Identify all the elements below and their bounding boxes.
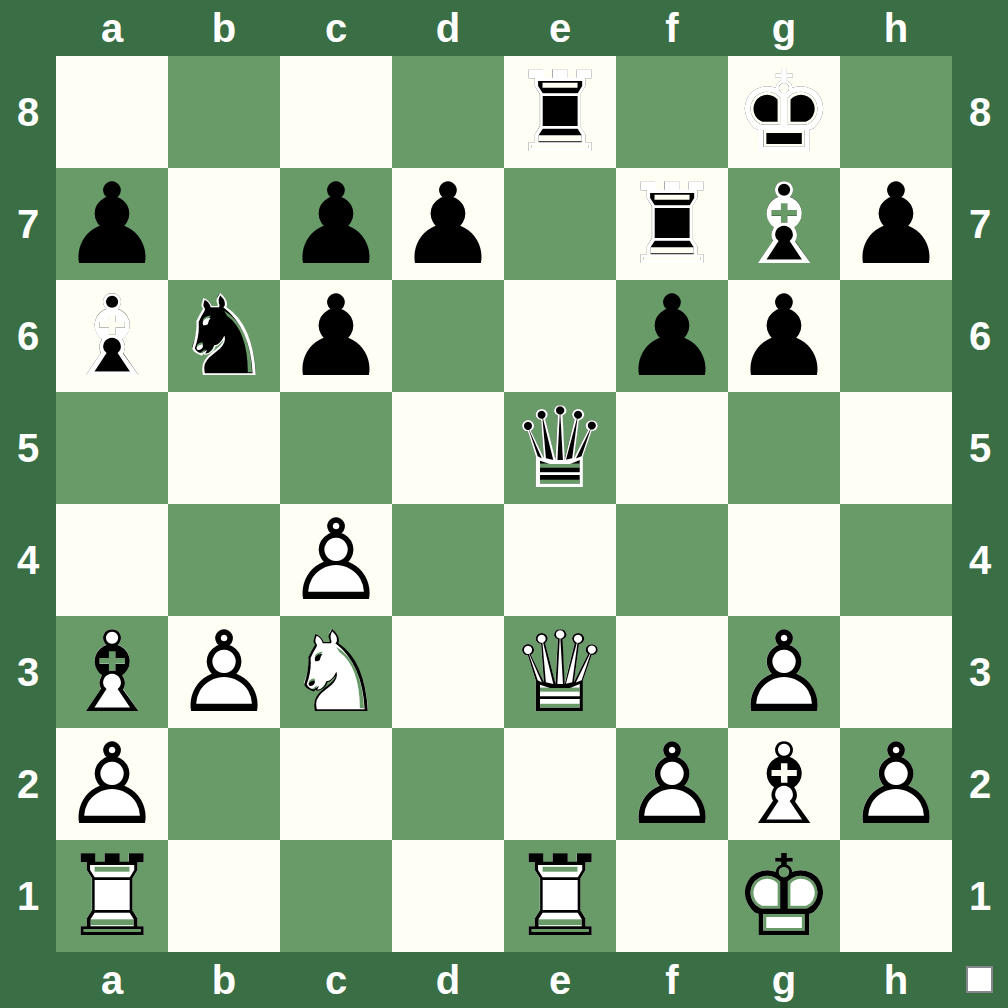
white-to-move-indicator: [966, 966, 993, 993]
square-g7[interactable]: ♝♗: [728, 168, 840, 280]
piece-glyph-fill: ♜: [504, 56, 616, 168]
square-c5[interactable]: [280, 392, 392, 504]
rank-label-7-left: 7: [0, 168, 56, 280]
piece-glyph-fill: ♛: [504, 392, 616, 504]
file-label-f-top: f: [616, 0, 728, 56]
piece-white-bishop[interactable]: ♝♗: [728, 728, 840, 840]
square-d6[interactable]: [392, 280, 504, 392]
square-b8[interactable]: [168, 56, 280, 168]
square-a7[interactable]: ♟: [56, 168, 168, 280]
square-b2[interactable]: [168, 728, 280, 840]
square-f8[interactable]: [616, 56, 728, 168]
rank-label-8-right: 8: [952, 56, 1008, 168]
square-g4[interactable]: [728, 504, 840, 616]
chess-diagram: abcdefgh 87654321 ♜♖♚♔♟♟♟♜♖♝♗♟♝♗♞♘♟♟♟♛♕♟…: [0, 0, 1008, 1008]
square-e4[interactable]: [504, 504, 616, 616]
square-d4[interactable]: [392, 504, 504, 616]
square-h7[interactable]: ♟: [840, 168, 952, 280]
piece-black-pawn[interactable]: ♟: [280, 168, 392, 280]
rank-labels-right: 87654321: [952, 56, 1008, 952]
square-b7[interactable]: [168, 168, 280, 280]
piece-glyph-fill: ♟: [280, 168, 392, 280]
square-f2[interactable]: ♟♙: [616, 728, 728, 840]
square-d1[interactable]: [392, 840, 504, 952]
piece-glyph-outline: ♗: [728, 728, 840, 840]
square-g1[interactable]: ♚♔: [728, 840, 840, 952]
square-h6[interactable]: [840, 280, 952, 392]
square-a8[interactable]: [56, 56, 168, 168]
piece-glyph-fill: ♝: [56, 280, 168, 392]
square-h1[interactable]: [840, 840, 952, 952]
square-h8[interactable]: [840, 56, 952, 168]
file-labels-bottom: abcdefgh: [56, 952, 952, 1008]
piece-glyph-fill: ♟: [280, 280, 392, 392]
file-label-b-bottom: b: [168, 952, 280, 1008]
rank-label-5-right: 5: [952, 392, 1008, 504]
file-label-d-top: d: [392, 0, 504, 56]
piece-glyph-outline: ♙: [280, 504, 392, 616]
square-g8[interactable]: ♚♔: [728, 56, 840, 168]
piece-glyph-fill: ♚: [728, 840, 840, 952]
square-a6[interactable]: ♝♗: [56, 280, 168, 392]
piece-glyph-fill: ♜: [56, 840, 168, 952]
file-label-h-bottom: h: [840, 952, 952, 1008]
rank-labels-left: 87654321: [0, 56, 56, 952]
piece-glyph-outline: ♗: [56, 616, 168, 728]
file-label-e-bottom: e: [504, 952, 616, 1008]
piece-white-pawn[interactable]: ♟♙: [56, 728, 168, 840]
piece-black-pawn[interactable]: ♟: [840, 168, 952, 280]
square-c4[interactable]: ♟♙: [280, 504, 392, 616]
square-f6[interactable]: ♟: [616, 280, 728, 392]
square-h4[interactable]: [840, 504, 952, 616]
square-h3[interactable]: [840, 616, 952, 728]
rank-label-6-right: 6: [952, 280, 1008, 392]
piece-glyph-fill: ♟: [840, 168, 952, 280]
square-d2[interactable]: [392, 728, 504, 840]
rank-label-3-left: 3: [0, 616, 56, 728]
piece-white-pawn[interactable]: ♟♙: [840, 728, 952, 840]
piece-glyph-fill: ♟: [616, 280, 728, 392]
rank-label-8-left: 8: [0, 56, 56, 168]
piece-black-bishop[interactable]: ♝♗: [56, 280, 168, 392]
file-label-d-bottom: d: [392, 952, 504, 1008]
piece-black-king[interactable]: ♚♔: [728, 56, 840, 168]
piece-glyph-fill: ♛: [504, 616, 616, 728]
file-label-b-top: b: [168, 0, 280, 56]
piece-black-pawn[interactable]: ♟: [616, 280, 728, 392]
square-e2[interactable]: [504, 728, 616, 840]
piece-glyph-outline: ♘: [280, 616, 392, 728]
piece-glyph-fill: ♟: [840, 728, 952, 840]
piece-glyph-outline: ♘: [168, 280, 280, 392]
square-c8[interactable]: [280, 56, 392, 168]
rank-label-4-left: 4: [0, 504, 56, 616]
square-d8[interactable]: [392, 56, 504, 168]
file-label-f-bottom: f: [616, 952, 728, 1008]
square-c6[interactable]: ♟: [280, 280, 392, 392]
square-g2[interactable]: ♝♗: [728, 728, 840, 840]
piece-glyph-fill: ♚: [728, 56, 840, 168]
piece-glyph-outline: ♖: [616, 168, 728, 280]
piece-glyph-fill: ♜: [616, 168, 728, 280]
square-h2[interactable]: ♟♙: [840, 728, 952, 840]
file-labels-top: abcdefgh: [56, 0, 952, 56]
piece-white-pawn[interactable]: ♟♙: [728, 616, 840, 728]
piece-glyph-fill: ♝: [728, 728, 840, 840]
piece-glyph-outline: ♙: [840, 728, 952, 840]
piece-glyph-outline: ♙: [168, 616, 280, 728]
piece-glyph-outline: ♖: [56, 840, 168, 952]
piece-glyph-outline: ♙: [56, 728, 168, 840]
piece-glyph-fill: ♟: [280, 504, 392, 616]
square-g5[interactable]: [728, 392, 840, 504]
piece-glyph-fill: ♟: [616, 728, 728, 840]
square-c7[interactable]: ♟: [280, 168, 392, 280]
piece-white-rook[interactable]: ♜♖: [56, 840, 168, 952]
square-e5[interactable]: ♛♕: [504, 392, 616, 504]
square-f3[interactable]: [616, 616, 728, 728]
square-d7[interactable]: ♟: [392, 168, 504, 280]
square-a1[interactable]: ♜♖: [56, 840, 168, 952]
piece-glyph-outline: ♔: [728, 840, 840, 952]
piece-black-bishop[interactable]: ♝♗: [728, 168, 840, 280]
square-b4[interactable]: [168, 504, 280, 616]
square-f5[interactable]: [616, 392, 728, 504]
square-a2[interactable]: ♟♙: [56, 728, 168, 840]
file-label-a-bottom: a: [56, 952, 168, 1008]
piece-glyph-outline: ♖: [504, 56, 616, 168]
piece-black-pawn[interactable]: ♟: [280, 280, 392, 392]
piece-white-bishop[interactable]: ♝♗: [56, 616, 168, 728]
file-label-h-top: h: [840, 0, 952, 56]
piece-black-pawn[interactable]: ♟: [728, 280, 840, 392]
file-label-c-top: c: [280, 0, 392, 56]
piece-white-king[interactable]: ♚♔: [728, 840, 840, 952]
piece-black-rook[interactable]: ♜♖: [504, 56, 616, 168]
square-e7[interactable]: [504, 168, 616, 280]
rank-label-4-right: 4: [952, 504, 1008, 616]
piece-black-pawn[interactable]: ♟: [56, 168, 168, 280]
square-d5[interactable]: [392, 392, 504, 504]
piece-white-pawn[interactable]: ♟♙: [280, 504, 392, 616]
square-b5[interactable]: [168, 392, 280, 504]
square-f1[interactable]: [616, 840, 728, 952]
piece-glyph-outline: ♔: [728, 56, 840, 168]
square-h5[interactable]: [840, 392, 952, 504]
square-e3[interactable]: ♛♕: [504, 616, 616, 728]
piece-glyph-fill: ♝: [728, 168, 840, 280]
square-g6[interactable]: ♟: [728, 280, 840, 392]
piece-white-knight[interactable]: ♞♘: [280, 616, 392, 728]
square-d3[interactable]: [392, 616, 504, 728]
piece-white-rook[interactable]: ♜♖: [504, 840, 616, 952]
square-a4[interactable]: [56, 504, 168, 616]
piece-glyph-outline: ♗: [728, 168, 840, 280]
square-b6[interactable]: ♞♘: [168, 280, 280, 392]
piece-black-rook[interactable]: ♜♖: [616, 168, 728, 280]
rank-label-1-right: 1: [952, 840, 1008, 952]
piece-glyph-fill: ♟: [56, 728, 168, 840]
square-f4[interactable]: [616, 504, 728, 616]
piece-white-queen[interactable]: ♛♕: [504, 616, 616, 728]
piece-glyph-fill: ♜: [504, 840, 616, 952]
rank-label-3-right: 3: [952, 616, 1008, 728]
square-c3[interactable]: ♞♘: [280, 616, 392, 728]
piece-black-queen[interactable]: ♛♕: [504, 392, 616, 504]
piece-glyph-outline: ♕: [504, 616, 616, 728]
square-g3[interactable]: ♟♙: [728, 616, 840, 728]
square-e6[interactable]: [504, 280, 616, 392]
square-a5[interactable]: [56, 392, 168, 504]
piece-glyph-outline: ♗: [56, 280, 168, 392]
square-c1[interactable]: [280, 840, 392, 952]
board: ♜♖♚♔♟♟♟♜♖♝♗♟♝♗♞♘♟♟♟♛♕♟♙♝♗♟♙♞♘♛♕♟♙♟♙♟♙♝♗♟…: [56, 56, 952, 952]
rank-label-7-right: 7: [952, 168, 1008, 280]
file-label-g-top: g: [728, 0, 840, 56]
square-e8[interactable]: ♜♖: [504, 56, 616, 168]
square-c2[interactable]: [280, 728, 392, 840]
square-e1[interactable]: ♜♖: [504, 840, 616, 952]
file-label-g-bottom: g: [728, 952, 840, 1008]
piece-black-pawn[interactable]: ♟: [392, 168, 504, 280]
piece-glyph-fill: ♟: [168, 616, 280, 728]
piece-glyph-fill: ♟: [56, 168, 168, 280]
rank-label-2-right: 2: [952, 728, 1008, 840]
square-a3[interactable]: ♝♗: [56, 616, 168, 728]
piece-glyph-outline: ♙: [616, 728, 728, 840]
square-f7[interactable]: ♜♖: [616, 168, 728, 280]
piece-glyph-outline: ♙: [728, 616, 840, 728]
piece-white-pawn[interactable]: ♟♙: [168, 616, 280, 728]
file-label-e-top: e: [504, 0, 616, 56]
piece-black-knight[interactable]: ♞♘: [168, 280, 280, 392]
piece-glyph-fill: ♟: [728, 616, 840, 728]
file-label-c-bottom: c: [280, 952, 392, 1008]
rank-label-6-left: 6: [0, 280, 56, 392]
piece-glyph-fill: ♟: [392, 168, 504, 280]
piece-glyph-fill: ♟: [728, 280, 840, 392]
piece-glyph-outline: ♕: [504, 392, 616, 504]
piece-glyph-outline: ♖: [504, 840, 616, 952]
rank-label-2-left: 2: [0, 728, 56, 840]
piece-white-pawn[interactable]: ♟♙: [616, 728, 728, 840]
piece-glyph-fill: ♞: [280, 616, 392, 728]
rank-label-5-left: 5: [0, 392, 56, 504]
piece-glyph-fill: ♝: [56, 616, 168, 728]
rank-label-1-left: 1: [0, 840, 56, 952]
square-b3[interactable]: ♟♙: [168, 616, 280, 728]
file-label-a-top: a: [56, 0, 168, 56]
square-b1[interactable]: [168, 840, 280, 952]
piece-glyph-fill: ♞: [168, 280, 280, 392]
